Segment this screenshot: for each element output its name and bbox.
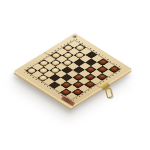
folding-checkers-board: [14, 33, 132, 107]
brass-clasp-hook: [104, 87, 112, 98]
product-photo-stage: [0, 0, 150, 150]
border-stamp-mark: [73, 36, 76, 38]
